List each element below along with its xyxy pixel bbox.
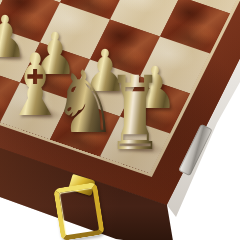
clasp-loop — [53, 182, 105, 240]
chess-piece-rook: ♜ — [108, 63, 163, 165]
photo-scene: ♟♟♟♟♝♞♜ — [0, 0, 240, 240]
pieces-layer: ♟♟♟♟♝♞♜ — [0, 0, 240, 240]
